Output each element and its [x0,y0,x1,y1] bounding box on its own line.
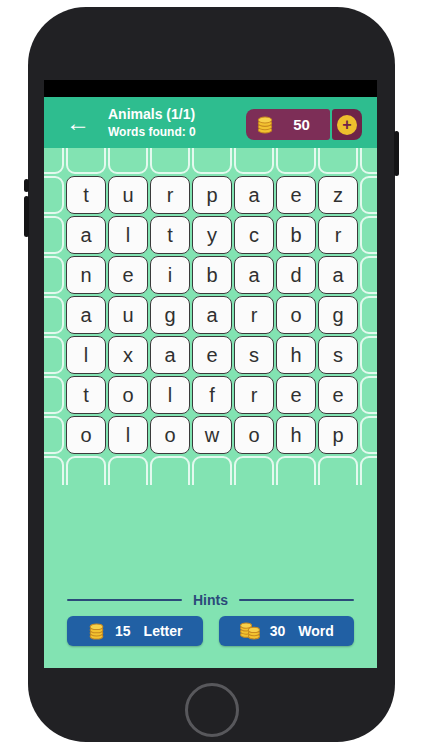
word-search-grid: turpaezaltycbrneibadaaugaroglxaeshstolfr… [66,176,358,454]
pattern-cell [44,216,64,254]
letter-cell-r2c3[interactable]: t [150,216,190,254]
letter-cell-r2c7[interactable]: r [318,216,358,254]
letter-hint-label: Letter [144,623,183,639]
coin-badge: 50 + [246,109,362,140]
pattern-cell [318,148,358,174]
pattern-cell [44,416,64,454]
pattern-cell [44,256,64,294]
letter-cell-r7c4[interactable]: w [192,416,232,454]
screen-top-strip [44,80,377,98]
app-screen: ← Animals (1/1) Words found: 0 50 [44,97,377,668]
letter-cell-r4c3[interactable]: g [150,296,190,334]
letter-cell-r4c6[interactable]: o [276,296,316,334]
letter-cell-r3c2[interactable]: e [108,256,148,294]
letter-cell-r6c1[interactable]: t [66,376,106,414]
add-coins-button[interactable]: + [332,109,362,140]
letter-cell-r2c5[interactable]: c [234,216,274,254]
home-button [185,683,239,737]
letter-cell-r1c1[interactable]: t [66,176,106,214]
pattern-cell [360,256,377,294]
word-hint-button[interactable]: 30 Word [219,616,355,646]
letter-cell-r3c7[interactable]: a [318,256,358,294]
hints-divider-line-left [67,599,182,601]
letter-cell-r6c4[interactable]: f [192,376,232,414]
letter-cell-r3c6[interactable]: d [276,256,316,294]
letter-cell-r5c5[interactable]: s [234,336,274,374]
letter-cell-r7c5[interactable]: o [234,416,274,454]
letter-cell-r4c2[interactable]: u [108,296,148,334]
letter-cell-r5c1[interactable]: l [66,336,106,374]
pattern-cell [360,416,377,454]
letter-cell-r2c4[interactable]: y [192,216,232,254]
letter-cell-r1c3[interactable]: r [150,176,190,214]
letter-cell-r1c6[interactable]: e [276,176,316,214]
pattern-cell [44,376,64,414]
letter-cell-r4c4[interactable]: a [192,296,232,334]
letter-cell-r4c5[interactable]: r [234,296,274,334]
letter-cell-r1c4[interactable]: p [192,176,232,214]
coin-balance: 50 [246,109,330,140]
header-bar: ← Animals (1/1) Words found: 0 50 [44,97,377,148]
letter-cell-r7c7[interactable]: p [318,416,358,454]
pattern-cell [108,148,148,174]
letter-cell-r2c1[interactable]: a [66,216,106,254]
pattern-cell [66,456,106,485]
letter-cell-r6c7[interactable]: e [318,376,358,414]
word-hint-cost: 30 [270,623,286,639]
pattern-cell [360,148,377,174]
letter-cell-r5c6[interactable]: h [276,336,316,374]
letter-cell-r1c2[interactable]: u [108,176,148,214]
letter-cell-r7c1[interactable]: o [66,416,106,454]
pattern-cell [318,456,358,485]
letter-cell-r5c7[interactable]: s [318,336,358,374]
letter-cell-r7c6[interactable]: h [276,416,316,454]
letter-cell-r3c1[interactable]: n [66,256,106,294]
letter-cell-r6c6[interactable]: e [276,376,316,414]
letter-cell-r7c3[interactable]: o [150,416,190,454]
pattern-cell [360,456,377,485]
letter-hint-button[interactable]: 15 Letter [67,616,203,646]
phone-frame: ← Animals (1/1) Words found: 0 50 [28,7,395,742]
double-coin-stack-icon [239,622,261,641]
pattern-cell [360,376,377,414]
mute-switch [24,179,29,192]
coin-stack-icon [255,115,275,135]
hints-divider-line-right [239,599,354,601]
letter-hint-cost: 15 [115,623,131,639]
pattern-cell [360,176,377,214]
header-text-block: Animals (1/1) Words found: 0 [108,105,196,140]
letter-cell-r1c5[interactable]: a [234,176,274,214]
letter-cell-r3c3[interactable]: i [150,256,190,294]
letter-cell-r7c2[interactable]: l [108,416,148,454]
pattern-cell [276,456,316,485]
back-button[interactable]: ← [64,109,92,137]
power-button [394,131,399,176]
letter-cell-r5c4[interactable]: e [192,336,232,374]
hints-section-label: Hints [193,592,228,608]
coin-amount: 50 [275,116,330,133]
letter-cell-r6c2[interactable]: o [108,376,148,414]
letter-cell-r5c2[interactable]: x [108,336,148,374]
page-title: Animals (1/1) [108,105,196,123]
letter-cell-r3c4[interactable]: b [192,256,232,294]
volume-button [24,196,29,237]
pattern-cell [234,148,274,174]
letter-cell-r6c3[interactable]: l [150,376,190,414]
letter-cell-r6c5[interactable]: r [234,376,274,414]
coin-stack-icon [87,622,106,641]
pattern-cell [66,148,106,174]
pattern-cell [108,456,148,485]
hints-divider: Hints [67,592,354,608]
pattern-cell [234,456,274,485]
letter-cell-r1c7[interactable]: z [318,176,358,214]
pattern-cell [276,148,316,174]
letter-cell-r4c1[interactable]: a [66,296,106,334]
hint-buttons-row: 15 Letter 30 Word [67,616,354,646]
pattern-cell [44,336,64,374]
word-hint-label: Word [298,623,334,639]
pattern-cell [360,296,377,334]
pattern-cell [360,336,377,374]
pattern-cell [44,296,64,334]
letter-cell-r3c5[interactable]: a [234,256,274,294]
letter-cell-r2c2[interactable]: l [108,216,148,254]
pattern-cell [150,456,190,485]
pattern-cell [44,456,64,485]
pattern-cell [360,216,377,254]
letter-cell-r2c6[interactable]: b [276,216,316,254]
pattern-cell [192,148,232,174]
pattern-cell [44,176,64,214]
letter-cell-r5c3[interactable]: a [150,336,190,374]
pattern-cell [192,456,232,485]
pattern-cell [44,148,64,174]
plus-icon: + [337,115,357,135]
letter-cell-r4c7[interactable]: g [318,296,358,334]
words-found-status: Words found: 0 [108,124,196,140]
pattern-cell [150,148,190,174]
